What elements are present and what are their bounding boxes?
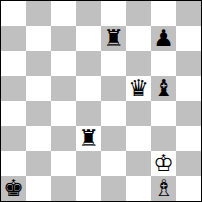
square-h6[interactable] xyxy=(176,51,201,76)
square-c8[interactable] xyxy=(51,1,76,26)
square-h7[interactable] xyxy=(176,26,201,51)
chess-board-frame: ♜♟♛♝♜♔♚♗ xyxy=(0,0,202,202)
square-b3[interactable] xyxy=(26,126,51,151)
square-f4[interactable] xyxy=(126,101,151,126)
square-f3[interactable] xyxy=(126,126,151,151)
square-h8[interactable] xyxy=(176,1,201,26)
square-c1[interactable] xyxy=(51,176,76,201)
square-d8[interactable] xyxy=(76,1,101,26)
square-c4[interactable] xyxy=(51,101,76,126)
square-e8[interactable] xyxy=(101,1,126,26)
square-c5[interactable] xyxy=(51,76,76,101)
square-a7[interactable] xyxy=(1,26,26,51)
square-c2[interactable] xyxy=(51,151,76,176)
square-f6[interactable] xyxy=(126,51,151,76)
square-e7[interactable]: ♜ xyxy=(101,26,126,51)
square-d2[interactable] xyxy=(76,151,101,176)
square-c3[interactable] xyxy=(51,126,76,151)
square-b1[interactable] xyxy=(26,176,51,201)
square-g1[interactable]: ♗ xyxy=(151,176,176,201)
piece-black-queen[interactable]: ♛ xyxy=(128,76,149,101)
piece-white-king[interactable]: ♔ xyxy=(153,151,174,176)
square-d4[interactable] xyxy=(76,101,101,126)
square-f8[interactable] xyxy=(126,1,151,26)
square-b2[interactable] xyxy=(26,151,51,176)
square-g6[interactable] xyxy=(151,51,176,76)
square-a5[interactable] xyxy=(1,76,26,101)
piece-black-pawn[interactable]: ♟ xyxy=(153,26,174,51)
square-d3[interactable]: ♜ xyxy=(76,126,101,151)
square-d1[interactable] xyxy=(76,176,101,201)
square-a3[interactable] xyxy=(1,126,26,151)
square-e2[interactable] xyxy=(101,151,126,176)
square-b6[interactable] xyxy=(26,51,51,76)
square-a4[interactable] xyxy=(1,101,26,126)
square-d6[interactable] xyxy=(76,51,101,76)
piece-white-bishop[interactable]: ♗ xyxy=(153,176,174,201)
square-g4[interactable] xyxy=(151,101,176,126)
square-f2[interactable] xyxy=(126,151,151,176)
square-f5[interactable]: ♛ xyxy=(126,76,151,101)
square-b8[interactable] xyxy=(26,1,51,26)
square-g8[interactable] xyxy=(151,1,176,26)
square-g5[interactable]: ♝ xyxy=(151,76,176,101)
square-h4[interactable] xyxy=(176,101,201,126)
piece-black-king[interactable]: ♚ xyxy=(3,176,24,201)
square-d7[interactable] xyxy=(76,26,101,51)
chess-board: ♜♟♛♝♜♔♚♗ xyxy=(1,1,201,201)
square-f7[interactable] xyxy=(126,26,151,51)
square-c7[interactable] xyxy=(51,26,76,51)
square-h1[interactable] xyxy=(176,176,201,201)
square-d5[interactable] xyxy=(76,76,101,101)
square-b7[interactable] xyxy=(26,26,51,51)
square-h3[interactable] xyxy=(176,126,201,151)
piece-black-bishop[interactable]: ♝ xyxy=(153,76,174,101)
square-g7[interactable]: ♟ xyxy=(151,26,176,51)
square-e3[interactable] xyxy=(101,126,126,151)
square-h2[interactable] xyxy=(176,151,201,176)
square-c6[interactable] xyxy=(51,51,76,76)
square-h5[interactable] xyxy=(176,76,201,101)
square-e4[interactable] xyxy=(101,101,126,126)
square-e5[interactable] xyxy=(101,76,126,101)
piece-black-rook[interactable]: ♜ xyxy=(78,126,99,151)
square-e6[interactable] xyxy=(101,51,126,76)
piece-black-rook[interactable]: ♜ xyxy=(103,26,124,51)
square-b4[interactable] xyxy=(26,101,51,126)
square-a1[interactable]: ♚ xyxy=(1,176,26,201)
square-e1[interactable] xyxy=(101,176,126,201)
square-a8[interactable] xyxy=(1,1,26,26)
square-a2[interactable] xyxy=(1,151,26,176)
square-f1[interactable] xyxy=(126,176,151,201)
square-g2[interactable]: ♔ xyxy=(151,151,176,176)
square-a6[interactable] xyxy=(1,51,26,76)
square-g3[interactable] xyxy=(151,126,176,151)
square-b5[interactable] xyxy=(26,76,51,101)
